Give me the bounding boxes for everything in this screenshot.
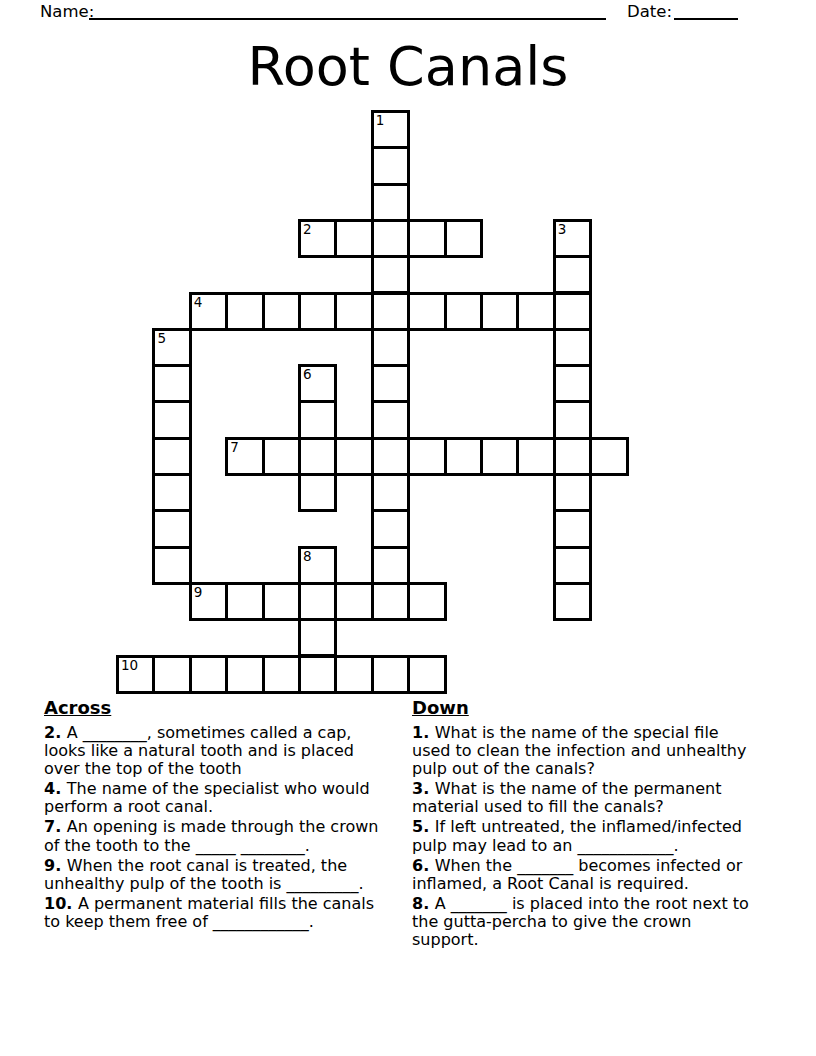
- clue-text: A _______ is placed into the root next t…: [412, 894, 749, 949]
- grid-cell[interactable]: [371, 473, 410, 512]
- grid-cell[interactable]: 7: [225, 437, 264, 476]
- crossword-grid: 12345678910: [116, 110, 629, 694]
- grid-cell[interactable]: [553, 546, 592, 585]
- grid-cell[interactable]: [298, 473, 337, 512]
- grid-cell[interactable]: 4: [189, 292, 228, 331]
- clue-number-label: 7.: [44, 817, 67, 836]
- grid-cell[interactable]: [262, 655, 301, 694]
- clue-number-label: 6.: [412, 856, 435, 875]
- clue-across-2: 2. A ________, sometimes called a cap, l…: [44, 724, 386, 778]
- grid-cell[interactable]: [152, 400, 191, 439]
- grid-cell[interactable]: [298, 292, 337, 331]
- grid-cell[interactable]: 1: [371, 110, 410, 149]
- name-blank-line[interactable]: [89, 2, 606, 20]
- grid-cell[interactable]: [407, 292, 446, 331]
- grid-cell[interactable]: [262, 582, 301, 621]
- clue-text: What is the name of the permanent materi…: [412, 779, 722, 816]
- clue-number: 9: [194, 585, 203, 600]
- grid-cell[interactable]: [589, 437, 628, 476]
- grid-cell[interactable]: [298, 400, 337, 439]
- clue-down-3: 3. What is the name of the permanent mat…: [412, 780, 760, 816]
- grid-cell[interactable]: 9: [189, 582, 228, 621]
- grid-cell[interactable]: [553, 437, 592, 476]
- grid-cell[interactable]: [553, 509, 592, 548]
- down-heading: Down: [412, 698, 760, 718]
- clue-number: 8: [303, 549, 312, 564]
- clue-text: A ________, sometimes called a cap, look…: [44, 723, 354, 778]
- grid-cell[interactable]: [262, 437, 301, 476]
- grid-cell[interactable]: [444, 292, 483, 331]
- grid-cell[interactable]: [371, 509, 410, 548]
- clue-number: 4: [194, 295, 203, 310]
- across-list: 2. A ________, sometimes called a cap, l…: [44, 724, 386, 931]
- grid-cell[interactable]: [371, 292, 410, 331]
- grid-cell[interactable]: [189, 655, 228, 694]
- clue-number: 3: [558, 222, 567, 237]
- grid-cell[interactable]: [516, 437, 555, 476]
- clue-text: A permanent material fills the canals to…: [44, 894, 374, 931]
- grid-cell[interactable]: [334, 437, 373, 476]
- grid-cell[interactable]: [334, 292, 373, 331]
- grid-cell[interactable]: [371, 582, 410, 621]
- grid-cell[interactable]: [262, 292, 301, 331]
- clue-text: The name of the specialist who would per…: [44, 779, 370, 816]
- date-label: Date:: [627, 2, 672, 21]
- grid-cell[interactable]: [553, 582, 592, 621]
- clue-down-8: 8. A _______ is placed into the root nex…: [412, 895, 760, 949]
- across-heading: Across: [44, 698, 386, 718]
- clue-text: What is the name of the special file use…: [412, 723, 746, 778]
- grid-cell[interactable]: [298, 618, 337, 657]
- grid-cell[interactable]: [152, 546, 191, 585]
- clue-text: When the _______ becomes infected or inf…: [412, 856, 742, 893]
- grid-cell[interactable]: [553, 328, 592, 367]
- grid-cell[interactable]: [371, 546, 410, 585]
- grid-cell[interactable]: [298, 582, 337, 621]
- grid-cell[interactable]: [444, 219, 483, 258]
- clue-down-5: 5. If left untreated, the inflamed/infec…: [412, 818, 760, 854]
- clue-number-label: 9.: [44, 856, 67, 875]
- grid-cell[interactable]: [371, 655, 410, 694]
- grid-cell[interactable]: [480, 437, 519, 476]
- clue-number-label: 3.: [412, 779, 435, 798]
- grid-cell[interactable]: [371, 400, 410, 439]
- grid-cell[interactable]: [553, 255, 592, 294]
- grid-cell[interactable]: [553, 292, 592, 331]
- clue-text: If left untreated, the inflamed/infected…: [412, 817, 742, 854]
- clue-down-1: 1. What is the name of the special file …: [412, 724, 760, 778]
- grid-cell[interactable]: [371, 219, 410, 258]
- clue-text: An opening is made through the crown of …: [44, 817, 378, 854]
- clue-number: 6: [303, 367, 312, 382]
- clue-across-4: 4. The name of the specialist who would …: [44, 780, 386, 816]
- clue-across-10: 10. A permanent material fills the canal…: [44, 895, 386, 931]
- clue-down-6: 6. When the _______ becomes infected or …: [412, 857, 760, 893]
- across-column: Across 2. A ________, sometimes called a…: [44, 698, 386, 951]
- grid-cell[interactable]: 6: [298, 364, 337, 403]
- grid-cell[interactable]: 5: [152, 328, 191, 367]
- grid-cell[interactable]: [152, 509, 191, 548]
- grid-cell[interactable]: [371, 364, 410, 403]
- grid-cell[interactable]: [152, 473, 191, 512]
- clue-across-7: 7. An opening is made through the crown …: [44, 818, 386, 854]
- grid-cell[interactable]: [371, 146, 410, 185]
- grid-cell[interactable]: [407, 582, 446, 621]
- grid-cell[interactable]: [334, 219, 373, 258]
- clues-section: Across 2. A ________, sometimes called a…: [44, 698, 760, 951]
- grid-cell[interactable]: [407, 437, 446, 476]
- grid-cell[interactable]: [371, 183, 410, 222]
- grid-cell[interactable]: [225, 582, 264, 621]
- clue-number: 7: [230, 440, 239, 455]
- down-list: 1. What is the name of the special file …: [412, 724, 760, 949]
- grid-cell[interactable]: [298, 655, 337, 694]
- grid-cell[interactable]: [407, 219, 446, 258]
- grid-cell[interactable]: [480, 292, 519, 331]
- grid-cell[interactable]: [334, 655, 373, 694]
- clue-number-label: 5.: [412, 817, 435, 836]
- clue-number: 10: [121, 658, 138, 673]
- grid-cell[interactable]: [371, 328, 410, 367]
- grid-cell[interactable]: 2: [298, 219, 337, 258]
- grid-cell[interactable]: [298, 437, 337, 476]
- grid-cell[interactable]: [334, 582, 373, 621]
- grid-cell[interactable]: [371, 437, 410, 476]
- clue-number: 1: [376, 113, 385, 128]
- down-column: Down 1. What is the name of the special …: [412, 698, 760, 951]
- grid-cell[interactable]: [371, 255, 410, 294]
- clue-number: 2: [303, 222, 312, 237]
- grid-cell[interactable]: [516, 292, 555, 331]
- grid-cell[interactable]: [407, 655, 446, 694]
- grid-cell[interactable]: [225, 292, 264, 331]
- clue-number-label: 4.: [44, 779, 67, 798]
- grid-cell[interactable]: [553, 364, 592, 403]
- grid-cell[interactable]: [152, 364, 191, 403]
- grid-cell[interactable]: [225, 655, 264, 694]
- grid-cell[interactable]: 3: [553, 219, 592, 258]
- clue-across-9: 9. When the root canal is treated, the u…: [44, 857, 386, 893]
- grid-cell[interactable]: [553, 473, 592, 512]
- grid-cell[interactable]: 8: [298, 546, 337, 585]
- grid-cell[interactable]: [152, 437, 191, 476]
- grid-cell[interactable]: [444, 437, 483, 476]
- clue-number-label: 2.: [44, 723, 67, 742]
- clue-number-label: 1.: [412, 723, 435, 742]
- clue-number: 5: [157, 331, 166, 346]
- page-title: Root Canals: [0, 40, 816, 94]
- name-label: Name:: [40, 2, 94, 21]
- date-blank-line[interactable]: [674, 2, 738, 20]
- grid-cell[interactable]: [553, 400, 592, 439]
- grid-cell[interactable]: [152, 655, 191, 694]
- clue-number-label: 10.: [44, 894, 78, 913]
- clue-number-label: 8.: [412, 894, 435, 913]
- grid-cell[interactable]: 10: [116, 655, 155, 694]
- clue-text: When the root canal is treated, the unhe…: [44, 856, 364, 893]
